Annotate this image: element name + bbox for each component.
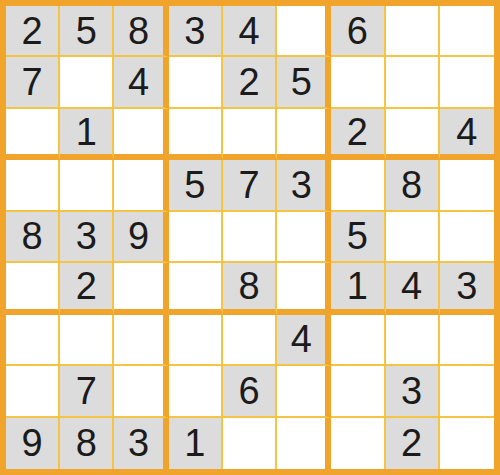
cell-r6c9: 3 <box>440 263 494 314</box>
cell-r6c6[interactable] <box>277 263 331 314</box>
cell-r2c4[interactable] <box>169 57 223 108</box>
cell-r6c8: 4 <box>386 263 440 314</box>
cell-r2c1: 7 <box>6 57 60 108</box>
cell-r3c9: 4 <box>440 109 494 160</box>
cell-r9c6[interactable] <box>277 418 331 469</box>
cell-r2c2[interactable] <box>60 57 114 108</box>
cell-r8c3[interactable] <box>114 366 168 417</box>
cell-r5c7: 5 <box>331 212 385 263</box>
cell-r7c2[interactable] <box>60 315 114 366</box>
cell-r8c8: 3 <box>386 366 440 417</box>
cell-r2c7[interactable] <box>331 57 385 108</box>
cell-r4c6: 3 <box>277 160 331 211</box>
cell-r9c5[interactable] <box>223 418 277 469</box>
cell-r7c1[interactable] <box>6 315 60 366</box>
cell-r6c1[interactable] <box>6 263 60 314</box>
cell-r5c4[interactable] <box>169 212 223 263</box>
cell-r4c1[interactable] <box>6 160 60 211</box>
cell-r9c4: 1 <box>169 418 223 469</box>
cell-r7c3[interactable] <box>114 315 168 366</box>
cell-r3c4[interactable] <box>169 109 223 160</box>
cell-r5c1: 8 <box>6 212 60 263</box>
cell-r9c9[interactable] <box>440 418 494 469</box>
cell-r1c4: 3 <box>169 6 223 57</box>
cell-r5c3: 9 <box>114 212 168 263</box>
cell-r1c8[interactable] <box>386 6 440 57</box>
cell-r9c2: 8 <box>60 418 114 469</box>
cell-r8c4[interactable] <box>169 366 223 417</box>
cell-r3c7: 2 <box>331 109 385 160</box>
cell-r6c2: 2 <box>60 263 114 314</box>
cell-r1c7: 6 <box>331 6 385 57</box>
cell-r8c2: 7 <box>60 366 114 417</box>
cell-r1c3: 8 <box>114 6 168 57</box>
cell-r7c8[interactable] <box>386 315 440 366</box>
cell-r2c8[interactable] <box>386 57 440 108</box>
cell-r2c3: 4 <box>114 57 168 108</box>
cell-r2c9[interactable] <box>440 57 494 108</box>
sudoku-board: 25834674251245738839528143476398312 <box>0 0 500 475</box>
cell-r4c8: 8 <box>386 160 440 211</box>
cell-r5c2: 3 <box>60 212 114 263</box>
cell-r2c6: 5 <box>277 57 331 108</box>
cell-r7c5[interactable] <box>223 315 277 366</box>
cell-r6c3[interactable] <box>114 263 168 314</box>
cell-r4c2[interactable] <box>60 160 114 211</box>
cell-r1c6[interactable] <box>277 6 331 57</box>
cell-r4c5: 7 <box>223 160 277 211</box>
cell-r2c5: 2 <box>223 57 277 108</box>
cell-r5c5[interactable] <box>223 212 277 263</box>
cell-r3c1[interactable] <box>6 109 60 160</box>
cell-r5c6[interactable] <box>277 212 331 263</box>
cell-r3c6[interactable] <box>277 109 331 160</box>
cell-r5c9[interactable] <box>440 212 494 263</box>
cell-r8c1[interactable] <box>6 366 60 417</box>
cell-r4c9[interactable] <box>440 160 494 211</box>
cell-r6c7: 1 <box>331 263 385 314</box>
cell-r1c9[interactable] <box>440 6 494 57</box>
cell-r4c4: 5 <box>169 160 223 211</box>
cell-r8c7[interactable] <box>331 366 385 417</box>
cell-r4c7[interactable] <box>331 160 385 211</box>
cell-r7c6: 4 <box>277 315 331 366</box>
cell-r7c7[interactable] <box>331 315 385 366</box>
cell-r9c7[interactable] <box>331 418 385 469</box>
cell-r4c3[interactable] <box>114 160 168 211</box>
cell-r7c4[interactable] <box>169 315 223 366</box>
cell-r8c5: 6 <box>223 366 277 417</box>
cell-r1c2: 5 <box>60 6 114 57</box>
cell-r8c6[interactable] <box>277 366 331 417</box>
cell-r3c3[interactable] <box>114 109 168 160</box>
cell-r5c8[interactable] <box>386 212 440 263</box>
cell-r6c4[interactable] <box>169 263 223 314</box>
cell-r3c8[interactable] <box>386 109 440 160</box>
cell-r6c5: 8 <box>223 263 277 314</box>
cell-r9c8: 2 <box>386 418 440 469</box>
cell-r3c2: 1 <box>60 109 114 160</box>
cell-r7c9[interactable] <box>440 315 494 366</box>
cell-r1c5: 4 <box>223 6 277 57</box>
cell-r1c1: 2 <box>6 6 60 57</box>
cell-r9c3: 3 <box>114 418 168 469</box>
cell-r3c5[interactable] <box>223 109 277 160</box>
cell-r9c1: 9 <box>6 418 60 469</box>
cell-r8c9[interactable] <box>440 366 494 417</box>
